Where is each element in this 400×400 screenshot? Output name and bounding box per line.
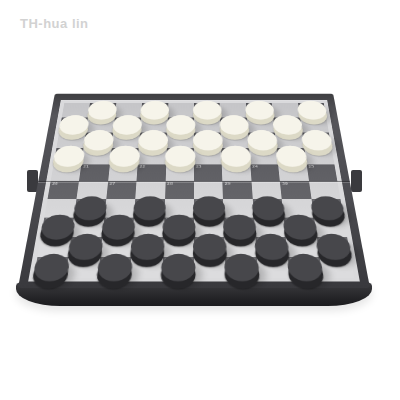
black-piece: ● — [162, 253, 194, 274]
watermark-text: TH-hua lin — [20, 16, 89, 31]
fold-seam — [38, 181, 350, 182]
black-piece: ● — [225, 253, 258, 274]
square-number-label: 27 — [109, 182, 115, 186]
square-number-label: 26 — [52, 182, 58, 186]
right-hinge — [351, 170, 362, 192]
black-piece: ● — [288, 253, 322, 274]
black-piece: ● — [98, 253, 131, 274]
white-piece: ● — [221, 145, 250, 161]
square-25: 25 — [306, 164, 337, 181]
square-17: 17● — [110, 148, 139, 164]
square-20: 20● — [277, 148, 307, 164]
black-piece: ● — [34, 253, 69, 274]
square-number-label: 28 — [167, 182, 173, 186]
square-18: 18● — [166, 148, 194, 164]
white-piece: ● — [54, 145, 84, 161]
square-47: 47● — [98, 257, 132, 278]
draughts-grid: 1●2●3●4●5●6●7●8●9●10●11●12●13●14●15●16●1… — [34, 103, 355, 278]
product-photo-scene: TH-hua lin 1●2●3●4●5●6●7●8●9●10●11●12●13… — [0, 0, 400, 400]
square-number-label: 29 — [224, 182, 230, 186]
square-number-label: 30 — [282, 182, 288, 186]
square-16: 16● — [54, 148, 84, 164]
draughts-board-frame: 1●2●3●4●5●6●7●8●9●10●11●12●13●14●15●16●1… — [18, 94, 370, 288]
square-19: 19● — [222, 148, 251, 164]
square-46: 46● — [34, 257, 69, 278]
white-piece: ● — [166, 145, 194, 161]
white-piece: ● — [276, 145, 306, 161]
board-margin: 1●2●3●4●5●6●7●8●9●10●11●12●13●14●15●16●1… — [28, 100, 360, 282]
square-48: 48● — [162, 257, 194, 278]
white-piece: ● — [110, 145, 139, 161]
square-50: 50● — [288, 257, 322, 278]
square-49: 49● — [225, 257, 258, 278]
